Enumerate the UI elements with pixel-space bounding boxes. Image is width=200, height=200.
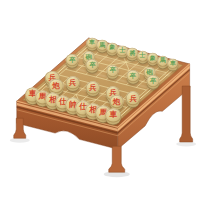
piece-red-cannon[interactable]: 炮 [49, 79, 64, 93]
piece-character: 炮 [109, 94, 124, 108]
piece-character: 兵 [66, 76, 80, 90]
piece-character: 兵 [86, 81, 100, 95]
piece-character: 卒 [66, 54, 79, 66]
piece-red-soldier[interactable]: 兵 [86, 81, 100, 95]
piece-character: 卒 [126, 70, 139, 82]
pieces-layer: 車馬象士將士象馬車砲砲卒卒卒卒卒兵兵兵兵兵炮炮車馬相仕帥仕相馬車 [0, 0, 200, 200]
piece-red-soldier[interactable]: 兵 [66, 76, 80, 90]
piece-character: 卒 [147, 75, 160, 87]
xiangqi-set-photo: 車馬象士將士象馬車砲砲卒卒卒卒卒兵兵兵兵兵炮炮車馬相仕帥仕相馬車 [0, 0, 200, 200]
piece-character: 車 [106, 108, 122, 123]
piece-red-soldier[interactable]: 兵 [126, 91, 140, 105]
piece-character: 炮 [49, 79, 64, 93]
piece-green-soldier[interactable]: 卒 [147, 75, 160, 87]
piece-green-soldier[interactable]: 卒 [126, 70, 139, 82]
piece-red-chariot[interactable]: 車 [106, 108, 122, 123]
piece-green-chariot[interactable]: 車 [167, 58, 179, 69]
piece-character: 車 [167, 58, 179, 69]
piece-character: 卒 [106, 64, 119, 76]
piece-green-soldier[interactable]: 卒 [66, 54, 79, 66]
piece-green-soldier[interactable]: 卒 [86, 59, 99, 71]
piece-character: 兵 [126, 91, 140, 105]
piece-red-cannon[interactable]: 炮 [109, 94, 124, 108]
piece-green-soldier[interactable]: 卒 [106, 64, 119, 76]
piece-character: 卒 [86, 59, 99, 71]
